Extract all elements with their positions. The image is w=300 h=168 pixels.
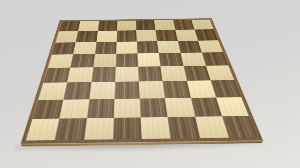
board-square [76,31,98,42]
board-square [115,67,139,82]
board-square [64,82,91,99]
board-square [216,97,249,116]
board-square [116,41,137,53]
board-square [97,21,117,31]
board-square [59,99,88,118]
board-square [114,82,139,99]
board-square [117,21,136,31]
board-square [95,42,117,54]
board-square [161,66,187,81]
board-square [59,21,80,31]
board-square [138,66,163,81]
scene-rotation [0,0,300,168]
board-square [136,30,157,41]
board-square [157,41,180,53]
board-square [70,54,94,68]
board-square [55,118,87,140]
board-square [136,20,156,30]
board-square [38,83,67,100]
board-square [48,54,73,68]
board-square [137,41,159,53]
chess-board [21,18,263,144]
board-square [78,21,99,31]
board-square [201,52,228,66]
board-square [55,31,78,42]
board-square [91,67,115,82]
board-square [115,53,138,67]
board-square [159,53,183,67]
board-square [137,53,160,67]
board-square [154,20,175,30]
board-square [73,42,96,54]
board-square [141,117,171,139]
board-grid [26,20,258,141]
board-square [194,29,218,40]
board-square [156,30,178,41]
board-square [198,40,223,52]
board-square [114,98,141,117]
board-square [67,67,93,82]
board-square [173,20,195,30]
board-square [206,65,235,80]
board-square [116,30,136,41]
board-square [43,68,70,83]
photo-background [0,0,300,168]
board-square [86,99,114,118]
board-square [180,52,206,66]
board-square [187,81,216,98]
perspective-scene [0,0,300,168]
board-square [191,20,213,30]
board-square [93,54,116,68]
board-square [96,31,117,42]
board-square [222,116,258,138]
board-square [113,117,142,139]
board-square [32,99,63,118]
board-square [140,98,168,117]
board-square [52,42,76,54]
board-square [89,82,115,99]
board-square [84,118,114,140]
board-square [139,81,165,98]
